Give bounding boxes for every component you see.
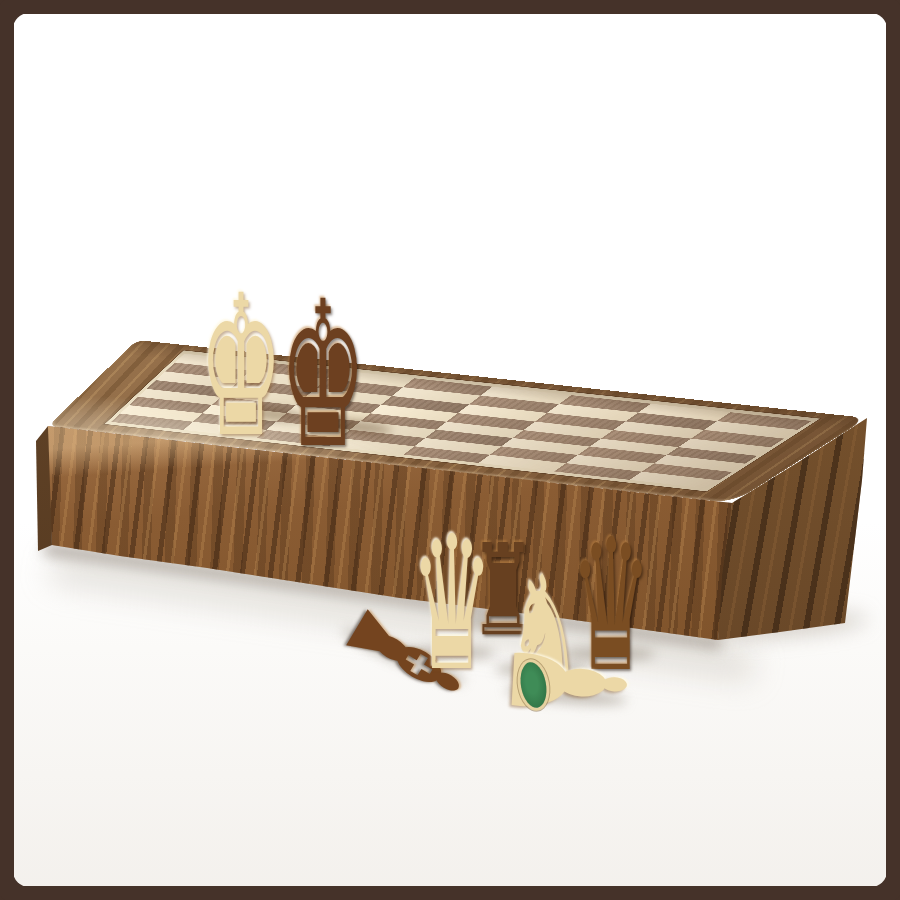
- light-king-piece-icon: ♚: [199, 269, 283, 464]
- light-pawn-lying-piece-icon: ♟: [487, 638, 647, 726]
- product-photo-scene: ♚ ♚ ♛ ♜ ♞ ♛ ♝ ♟: [0, 0, 900, 900]
- dark-king-piece-icon: ♚: [280, 274, 367, 476]
